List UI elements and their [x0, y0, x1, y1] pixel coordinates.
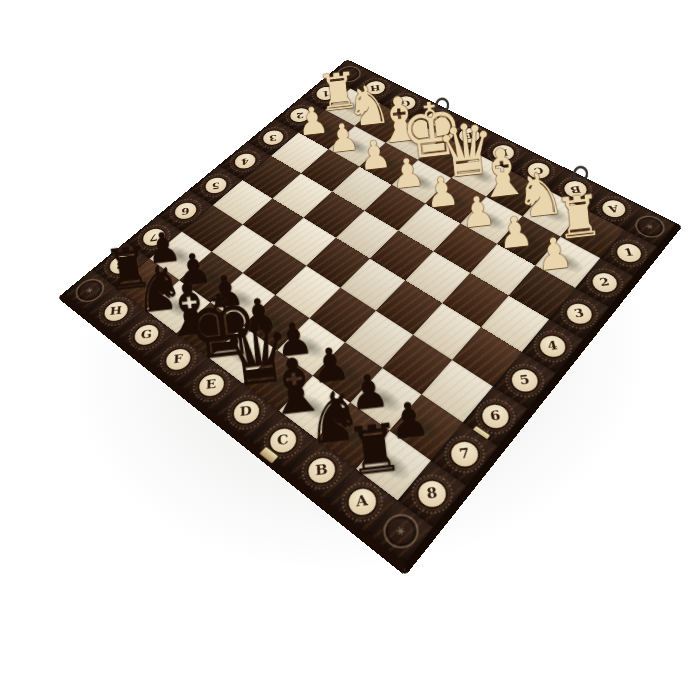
rank-label-text: 3: [269, 133, 277, 142]
rank-label-1: 1: [613, 240, 645, 265]
rank-label-text: 8: [426, 485, 439, 500]
rank-label-1: 1: [313, 84, 340, 102]
file-label-text: E: [464, 131, 474, 140]
chess-board: ✶HGFEDCBA✶1♜♞♝♚♛♝♞♜12♟♟♟♟♟♟♟♟2334455667♟…: [59, 60, 682, 574]
piece-white-pawn: ♟: [357, 134, 393, 176]
file-label-E: E: [194, 370, 229, 400]
rank-label-text: 1: [322, 89, 330, 97]
piece-white-pawn: ♟: [389, 152, 426, 195]
file-label-text: C: [277, 433, 289, 447]
file-label-text: G: [141, 328, 153, 340]
rank-label-6: 6: [477, 400, 513, 433]
file-label-H: H: [362, 78, 389, 96]
file-label-text: D: [497, 148, 509, 157]
file-label-D: D: [229, 396, 265, 428]
file-label-text: D: [240, 405, 252, 419]
piece-white-pawn: ♟: [496, 209, 535, 255]
rank-label-3: 3: [259, 127, 287, 147]
piece-white-pawn: ♟: [325, 117, 361, 158]
rank-label-2: 2: [588, 269, 621, 296]
file-label-text: E: [206, 378, 217, 391]
white-pawn-glyph: ♟: [535, 230, 575, 277]
file-label-text: B: [315, 462, 328, 477]
rank-label-text: 1: [623, 247, 635, 258]
rank-label-3: 3: [562, 299, 596, 327]
white-pawn-glyph: ♟: [423, 170, 461, 214]
rank-label-4: 4: [231, 150, 260, 171]
file-label-D: D: [489, 142, 518, 163]
rank-label-text: 2: [296, 111, 304, 119]
rank-label-text: 7: [458, 446, 471, 461]
rank-label-text: 5: [212, 180, 220, 189]
rank-label-text: 2: [598, 276, 610, 287]
rank-label-text: 6: [181, 206, 190, 216]
file-label-text: F: [432, 114, 441, 123]
white-pawn-glyph: ♟: [496, 209, 535, 255]
file-label-G: G: [392, 93, 420, 112]
rank-label-4: 4: [535, 331, 570, 360]
rank-label-text: 6: [489, 409, 501, 423]
white-pawn-glyph: ♟: [325, 117, 361, 158]
scene: ✶HGFEDCBA✶1♜♞♝♚♛♝♞♜12♟♟♟♟♟♟♟♟2334455667♟…: [0, 0, 700, 700]
file-label-text: H: [110, 305, 123, 317]
rank-label-text: 5: [518, 373, 530, 386]
file-label-text: F: [173, 353, 183, 365]
file-label-text: A: [607, 203, 620, 213]
file-label-A: A: [598, 197, 629, 220]
piece-black-rook: ♜: [343, 414, 406, 485]
piece-white-pawn: ♟: [423, 170, 461, 214]
rank-label-7: 7: [446, 436, 483, 470]
piece-white-pawn: ♟: [459, 189, 497, 234]
piece-white-pawn: ♟: [535, 230, 575, 277]
file-label-C: C: [524, 159, 554, 181]
rank-label-5: 5: [507, 365, 543, 396]
board-tilt-wrapper: ✶HGFEDCBA✶1♜♞♝♚♛♝♞♜12♟♟♟♟♟♟♟♟2334455667♟…: [0, 0, 700, 700]
rank-label-text: 4: [241, 156, 249, 165]
square-d6: [309, 288, 375, 343]
file-label-E: E: [455, 125, 484, 145]
file-label-H: H: [100, 298, 132, 325]
file-label-text: G: [400, 99, 410, 107]
file-label-B: B: [303, 453, 340, 488]
rank-label-text: 7: [149, 232, 158, 242]
black-rook-glyph: ♜: [343, 414, 406, 485]
rank-label-text: 4: [546, 339, 558, 352]
rank-label-8: 8: [413, 475, 451, 511]
file-label-text: H: [370, 83, 381, 91]
square-e5: [306, 238, 370, 288]
file-label-text: A: [356, 493, 369, 509]
file-label-text: C: [533, 165, 545, 175]
white-pawn-glyph: ♟: [357, 134, 393, 176]
corner-ornament-rosette: ✶: [70, 274, 110, 306]
file-label-F: F: [423, 109, 451, 128]
file-label-A: A: [343, 483, 381, 520]
file-label-G: G: [130, 321, 163, 349]
white-pawn-glyph: ♟: [389, 152, 426, 195]
white-pawn-glyph: ♟: [459, 189, 497, 234]
rank-label-2: 2: [286, 105, 314, 124]
rank-label-text: 3: [573, 307, 585, 319]
